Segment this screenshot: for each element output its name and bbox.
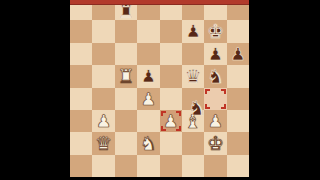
piece-white-pawn-b3[interactable]: ♟ [92,110,114,132]
square-d1[interactable] [137,155,159,177]
square-d5[interactable]: ♟ [137,65,159,87]
square-b5[interactable] [92,65,114,87]
square-a1[interactable] [70,155,92,177]
square-f2[interactable] [182,132,204,154]
square-c2[interactable] [115,132,137,154]
square-c3[interactable] [115,110,137,132]
square-f5[interactable]: ♛ [182,65,204,87]
square-b1[interactable] [92,155,114,177]
piece-black-knight-animating[interactable]: ♞ [185,97,207,119]
square-d6[interactable] [137,43,159,65]
piece-white-king-g2[interactable]: ♚ [204,132,226,154]
square-e2[interactable] [160,132,182,154]
piece-black-king-g7[interactable]: ♚ [204,20,226,42]
piece-black-knight-g5[interactable]: ♞ [204,65,226,87]
square-e6[interactable] [160,43,182,65]
piece-black-pawn-h6[interactable]: ♟ [227,43,249,65]
square-b2[interactable]: ♛ [92,132,114,154]
square-b6[interactable] [92,43,114,65]
square-d7[interactable] [137,20,159,42]
letterbox-right [249,0,320,180]
square-g5[interactable]: ♞ [204,65,226,87]
square-h4[interactable] [227,88,249,110]
chess-board[interactable]: ♜♟♚♟♟♜♟♛♞♟♟♟♝♟♛♞♚♞ [70,0,249,177]
piece-white-knight-d2[interactable]: ♞ [137,132,159,154]
square-e5[interactable] [160,65,182,87]
square-d2[interactable]: ♞ [137,132,159,154]
square-d4[interactable]: ♟ [137,88,159,110]
square-g7[interactable]: ♚ [204,20,226,42]
square-e4[interactable] [160,88,182,110]
square-a7[interactable] [70,20,92,42]
square-h1[interactable] [227,155,249,177]
piece-black-pawn-g6[interactable]: ♟ [204,43,226,65]
square-a6[interactable] [70,43,92,65]
square-d3[interactable] [137,110,159,132]
piece-white-pawn-d4[interactable]: ♟ [137,88,159,110]
square-b7[interactable] [92,20,114,42]
square-c4[interactable] [115,88,137,110]
square-e3[interactable]: ♟ [160,110,182,132]
square-f7[interactable]: ♟ [182,20,204,42]
piece-white-pawn-e3[interactable]: ♟ [160,110,182,132]
piece-black-pawn-d5[interactable]: ♟ [137,65,159,87]
square-a2[interactable] [70,132,92,154]
square-f6[interactable] [182,43,204,65]
square-h2[interactable] [227,132,249,154]
square-c5[interactable]: ♜ [115,65,137,87]
piece-white-rook-c5[interactable]: ♜ [115,65,137,87]
square-b3[interactable]: ♟ [92,110,114,132]
square-h3[interactable] [227,110,249,132]
square-g2[interactable]: ♚ [204,132,226,154]
square-b4[interactable] [92,88,114,110]
video-frame: ♜♟♚♟♟♜♟♛♞♟♟♟♝♟♛♞♚♞ [0,0,320,180]
square-h6[interactable]: ♟ [227,43,249,65]
square-h7[interactable] [227,20,249,42]
red-top-bar [70,0,249,5]
square-e1[interactable] [160,155,182,177]
piece-black-queen-f5[interactable]: ♛ [182,65,204,87]
square-c1[interactable] [115,155,137,177]
square-c7[interactable] [115,20,137,42]
square-f1[interactable] [182,155,204,177]
square-c6[interactable] [115,43,137,65]
piece-white-queen-b2[interactable]: ♛ [92,132,114,154]
square-a5[interactable] [70,65,92,87]
square-a4[interactable] [70,88,92,110]
square-h5[interactable] [227,65,249,87]
square-g6[interactable]: ♟ [204,43,226,65]
square-e7[interactable] [160,20,182,42]
square-g1[interactable] [204,155,226,177]
square-a3[interactable] [70,110,92,132]
letterbox-left [0,0,70,180]
piece-black-pawn-f7[interactable]: ♟ [182,20,204,42]
